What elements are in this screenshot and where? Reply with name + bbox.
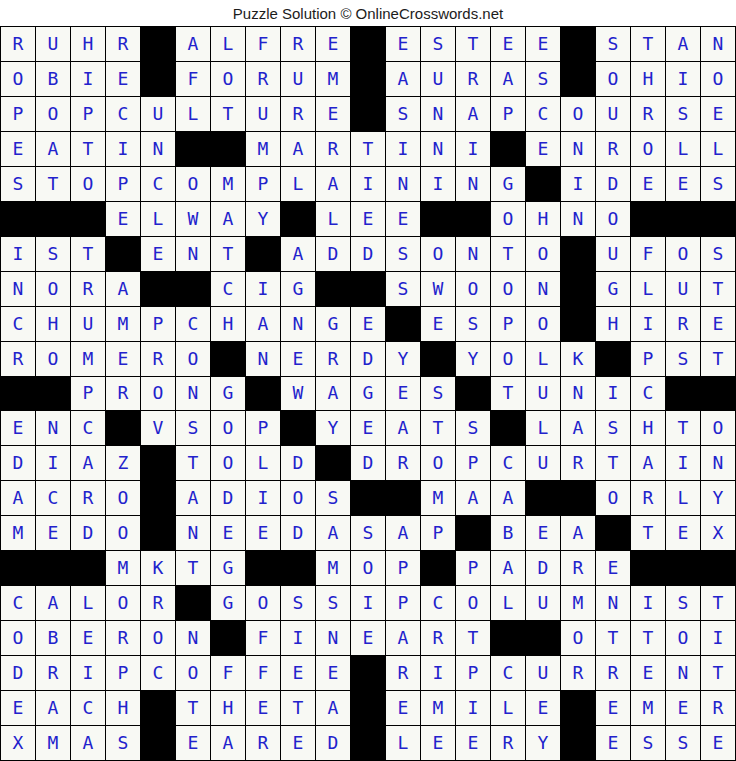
letter-cell: O [106, 586, 141, 621]
letter-cell: E [106, 202, 141, 237]
letter-cell: L [141, 202, 176, 237]
black-square [561, 237, 596, 272]
letter-cell: K [141, 551, 176, 586]
letter-cell: O [491, 272, 526, 307]
letter-cell: S [456, 411, 491, 446]
letter-cell: U [526, 377, 561, 412]
letter-cell: S [666, 586, 701, 621]
letter-cell: I [281, 621, 316, 656]
letter-cell: C [71, 691, 106, 726]
letter-cell: C [631, 377, 666, 412]
letter-cell: P [456, 656, 491, 691]
letter-cell: S [176, 411, 211, 446]
black-square [211, 621, 246, 656]
letter-cell: E [36, 516, 71, 551]
letter-cell: T [71, 132, 106, 167]
letter-cell: P [491, 307, 526, 342]
letter-cell: C [491, 446, 526, 481]
letter-cell: E [246, 516, 281, 551]
letter-cell: U [421, 62, 456, 97]
black-square [491, 621, 526, 656]
letter-cell: E [596, 726, 631, 761]
letter-cell: X [1, 726, 36, 761]
letter-cell: L [491, 586, 526, 621]
letter-cell: E [701, 97, 736, 132]
letter-cell: F [631, 237, 666, 272]
letter-cell: P [386, 551, 421, 586]
letter-cell: H [36, 307, 71, 342]
letter-cell: H [526, 202, 561, 237]
letter-cell: O [211, 411, 246, 446]
letter-cell: D [351, 237, 386, 272]
letter-cell: T [491, 237, 526, 272]
black-square [386, 481, 421, 516]
black-square [211, 132, 246, 167]
letter-cell: D [526, 551, 561, 586]
letter-cell: V [141, 411, 176, 446]
black-square [666, 202, 701, 237]
letter-cell: Y [456, 342, 491, 377]
letter-cell: E [1, 132, 36, 167]
letter-cell: O [71, 167, 106, 202]
black-square [596, 516, 631, 551]
letter-cell: M [316, 551, 351, 586]
letter-cell: T [351, 132, 386, 167]
letter-cell: T [211, 97, 246, 132]
letter-cell: O [211, 62, 246, 97]
black-square [141, 272, 176, 307]
letter-cell: W [281, 377, 316, 412]
letter-cell: T [36, 167, 71, 202]
black-square [211, 342, 246, 377]
letter-cell: E [71, 621, 106, 656]
letter-cell: T [631, 516, 666, 551]
letter-cell: E [491, 27, 526, 62]
letter-cell: N [176, 237, 211, 272]
letter-cell: E [386, 377, 421, 412]
letter-cell: O [176, 167, 211, 202]
letter-cell: E [246, 691, 281, 726]
letter-cell: L [246, 446, 281, 481]
letter-cell: I [666, 446, 701, 481]
black-square [281, 411, 316, 446]
letter-cell: S [106, 726, 141, 761]
letter-cell: A [666, 27, 701, 62]
letter-cell: N [666, 656, 701, 691]
letter-cell: E [281, 656, 316, 691]
black-square [456, 202, 491, 237]
letter-cell: N [176, 621, 211, 656]
letter-cell: L [386, 726, 421, 761]
black-square [106, 411, 141, 446]
letter-cell: L [526, 411, 561, 446]
letter-cell: O [456, 586, 491, 621]
letter-cell: H [106, 691, 141, 726]
letter-cell: A [561, 516, 596, 551]
letter-cell: E [211, 516, 246, 551]
letter-cell: R [106, 27, 141, 62]
letter-cell: A [71, 446, 106, 481]
letter-cell: N [561, 377, 596, 412]
letter-cell: O [211, 446, 246, 481]
letter-cell: M [1, 516, 36, 551]
black-square [246, 237, 281, 272]
black-square [631, 551, 666, 586]
letter-cell: Y [246, 202, 281, 237]
letter-cell: M [71, 342, 106, 377]
letter-cell: D [281, 446, 316, 481]
letter-cell: E [106, 342, 141, 377]
letter-cell: E [1, 411, 36, 446]
letter-cell: U [36, 27, 71, 62]
letter-cell: T [421, 411, 456, 446]
letter-cell: E [281, 726, 316, 761]
letter-cell: A [211, 202, 246, 237]
letter-cell: A [281, 132, 316, 167]
letter-cell: L [666, 132, 701, 167]
letter-cell: A [36, 586, 71, 621]
letter-cell: U [246, 97, 281, 132]
black-square [141, 62, 176, 97]
letter-cell: T [596, 446, 631, 481]
letter-cell: A [386, 516, 421, 551]
letter-cell: A [106, 272, 141, 307]
letter-cell: P [631, 342, 666, 377]
letter-cell: A [316, 377, 351, 412]
letter-cell: T [491, 377, 526, 412]
letter-cell: D [71, 516, 106, 551]
letter-cell: L [491, 691, 526, 726]
letter-cell: A [316, 691, 351, 726]
letter-cell: C [141, 167, 176, 202]
letter-cell: N [701, 446, 736, 481]
letter-cell: I [596, 377, 631, 412]
black-square [386, 307, 421, 342]
letter-cell: E [596, 691, 631, 726]
letter-cell: P [71, 97, 106, 132]
letter-cell: S [701, 167, 736, 202]
letter-cell: A [211, 726, 246, 761]
letter-cell: C [36, 481, 71, 516]
letter-cell: T [211, 237, 246, 272]
letter-cell: T [631, 621, 666, 656]
black-square [316, 446, 351, 481]
letter-cell: P [246, 167, 281, 202]
letter-cell: S [386, 97, 421, 132]
letter-cell: O [141, 377, 176, 412]
letter-cell: I [106, 132, 141, 167]
letter-cell: H [211, 691, 246, 726]
letter-cell: N [456, 167, 491, 202]
black-square [281, 551, 316, 586]
letter-cell: O [106, 481, 141, 516]
letter-cell: R [316, 342, 351, 377]
letter-cell: R [1, 27, 36, 62]
puzzle-solution-page: Puzzle Solution © OnlineCrosswords.net R… [0, 0, 736, 761]
letter-cell: A [386, 411, 421, 446]
letter-cell: S [421, 27, 456, 62]
letter-cell: R [316, 132, 351, 167]
letter-cell: O [36, 342, 71, 377]
black-square [351, 272, 386, 307]
letter-cell: I [71, 62, 106, 97]
letter-cell: M [211, 167, 246, 202]
letter-cell: R [1, 342, 36, 377]
letter-cell: F [246, 621, 281, 656]
letter-cell: S [281, 586, 316, 621]
page-title: Puzzle Solution © OnlineCrosswords.net [0, 0, 736, 26]
letter-cell: T [596, 621, 631, 656]
letter-cell: N [421, 97, 456, 132]
letter-cell: O [526, 307, 561, 342]
letter-cell: A [456, 481, 491, 516]
letter-cell: I [561, 167, 596, 202]
letter-cell: D [281, 516, 316, 551]
letter-cell: N [561, 132, 596, 167]
letter-cell: P [106, 167, 141, 202]
letter-cell: O [1, 621, 36, 656]
letter-cell: O [596, 202, 631, 237]
letter-cell: T [281, 691, 316, 726]
letter-cell: O [561, 621, 596, 656]
black-square [596, 342, 631, 377]
letter-cell: H [211, 307, 246, 342]
letter-cell: O [701, 62, 736, 97]
letter-cell: O [351, 551, 386, 586]
letter-cell: E [631, 167, 666, 202]
letter-cell: T [176, 551, 211, 586]
letter-cell: E [1, 691, 36, 726]
letter-cell: R [106, 377, 141, 412]
letter-cell: N [141, 132, 176, 167]
letter-cell: S [701, 237, 736, 272]
letter-cell: S [316, 481, 351, 516]
letter-cell: O [1, 62, 36, 97]
letter-cell: A [176, 481, 211, 516]
black-square [351, 97, 386, 132]
letter-cell: E [281, 342, 316, 377]
letter-cell: O [596, 62, 631, 97]
letter-cell: L [701, 132, 736, 167]
black-square [351, 726, 386, 761]
black-square [316, 272, 351, 307]
letter-cell: C [491, 656, 526, 691]
letter-cell: Y [316, 411, 351, 446]
letter-cell: C [141, 656, 176, 691]
letter-cell: A [386, 62, 421, 97]
letter-cell: E [631, 656, 666, 691]
letter-cell: I [631, 307, 666, 342]
black-square [141, 27, 176, 62]
black-square [561, 691, 596, 726]
letter-cell: Y [701, 481, 736, 516]
letter-cell: D [211, 481, 246, 516]
letter-cell: O [666, 237, 701, 272]
letter-cell: S [596, 27, 631, 62]
black-square [281, 202, 316, 237]
letter-cell: G [316, 307, 351, 342]
letter-cell: C [1, 586, 36, 621]
letter-cell: O [631, 132, 666, 167]
letter-cell: D [1, 656, 36, 691]
letter-cell: O [281, 481, 316, 516]
letter-cell: M [106, 307, 141, 342]
letter-cell: U [526, 446, 561, 481]
letter-cell: R [631, 481, 666, 516]
letter-cell: S [421, 377, 456, 412]
black-square [456, 377, 491, 412]
letter-cell: S [666, 726, 701, 761]
letter-cell: R [106, 621, 141, 656]
black-square [141, 481, 176, 516]
letter-cell: R [246, 726, 281, 761]
letter-cell: A [491, 481, 526, 516]
letter-cell: E [701, 726, 736, 761]
letter-cell: A [36, 132, 71, 167]
letter-cell: L [211, 27, 246, 62]
letter-cell: M [246, 132, 281, 167]
letter-cell: I [456, 132, 491, 167]
black-square [1, 202, 36, 237]
letter-cell: S [386, 237, 421, 272]
letter-cell: E [526, 132, 561, 167]
letter-cell: E [526, 516, 561, 551]
black-square [1, 551, 36, 586]
letter-cell: T [456, 621, 491, 656]
letter-cell: D [1, 446, 36, 481]
letter-cell: E [386, 27, 421, 62]
letter-cell: N [281, 307, 316, 342]
letter-cell: R [71, 481, 106, 516]
letter-cell: T [176, 691, 211, 726]
letter-cell: H [631, 411, 666, 446]
letter-cell: R [141, 586, 176, 621]
letter-cell: N [701, 27, 736, 62]
black-square [561, 481, 596, 516]
letter-cell: E [421, 307, 456, 342]
letter-cell: T [71, 237, 106, 272]
letter-cell: I [351, 586, 386, 621]
black-square [176, 132, 211, 167]
letter-cell: C [421, 586, 456, 621]
letter-cell: G [351, 377, 386, 412]
letter-cell: E [666, 691, 701, 726]
letter-cell: E [141, 237, 176, 272]
letter-cell: F [246, 656, 281, 691]
black-square [246, 377, 281, 412]
black-square [561, 272, 596, 307]
letter-cell: F [211, 656, 246, 691]
black-square [71, 551, 106, 586]
letter-cell: P [1, 97, 36, 132]
letter-cell: P [421, 516, 456, 551]
letter-cell: E [316, 656, 351, 691]
letter-cell: I [456, 691, 491, 726]
black-square [36, 551, 71, 586]
letter-cell: P [246, 411, 281, 446]
letter-cell: A [631, 446, 666, 481]
letter-cell: R [281, 27, 316, 62]
letter-cell: W [421, 272, 456, 307]
letter-cell: D [351, 446, 386, 481]
letter-cell: R [596, 132, 631, 167]
letter-cell: G [596, 272, 631, 307]
letter-cell: A [176, 27, 211, 62]
black-square [176, 272, 211, 307]
letter-cell: N [246, 342, 281, 377]
letter-cell: L [631, 272, 666, 307]
letter-cell: D [351, 342, 386, 377]
letter-cell: L [71, 586, 106, 621]
letter-cell: O [246, 586, 281, 621]
letter-cell: U [526, 586, 561, 621]
black-square [561, 307, 596, 342]
black-square [141, 726, 176, 761]
black-square [526, 621, 561, 656]
black-square [421, 551, 456, 586]
letter-cell: M [421, 481, 456, 516]
letter-cell: O [36, 272, 71, 307]
letter-cell: U [281, 62, 316, 97]
letter-cell: S [631, 726, 666, 761]
letter-cell: A [491, 62, 526, 97]
letter-cell: M [631, 691, 666, 726]
letter-cell: S [596, 411, 631, 446]
letter-cell: R [246, 62, 281, 97]
letter-cell: A [316, 167, 351, 202]
black-square [666, 377, 701, 412]
letter-cell: A [36, 691, 71, 726]
letter-cell: I [701, 621, 736, 656]
letter-cell: M [36, 726, 71, 761]
letter-cell: R [71, 272, 106, 307]
letter-cell: T [666, 411, 701, 446]
letter-cell: E [526, 27, 561, 62]
letter-cell: C [106, 97, 141, 132]
letter-cell: R [421, 621, 456, 656]
letter-cell: R [666, 307, 701, 342]
letter-cell: Y [526, 726, 561, 761]
letter-cell: B [36, 62, 71, 97]
black-square [701, 202, 736, 237]
letter-cell: O [141, 621, 176, 656]
letter-cell: I [351, 167, 386, 202]
letter-cell: Y [386, 342, 421, 377]
black-square [141, 691, 176, 726]
letter-cell: S [526, 62, 561, 97]
black-square [141, 446, 176, 481]
black-square [351, 27, 386, 62]
letter-cell: G [211, 377, 246, 412]
letter-cell: D [316, 237, 351, 272]
letter-cell: A [71, 726, 106, 761]
letter-cell: I [386, 132, 421, 167]
letter-cell: R [36, 656, 71, 691]
black-square [106, 237, 141, 272]
letter-cell: R [701, 691, 736, 726]
letter-cell: S [316, 586, 351, 621]
letter-cell: I [666, 62, 701, 97]
letter-cell: A [491, 551, 526, 586]
black-square [71, 202, 106, 237]
letter-cell: T [631, 27, 666, 62]
letter-cell: N [456, 237, 491, 272]
letter-cell: D [596, 167, 631, 202]
black-square [701, 377, 736, 412]
letter-cell: R [281, 97, 316, 132]
letter-cell: R [141, 342, 176, 377]
letter-cell: A [561, 411, 596, 446]
